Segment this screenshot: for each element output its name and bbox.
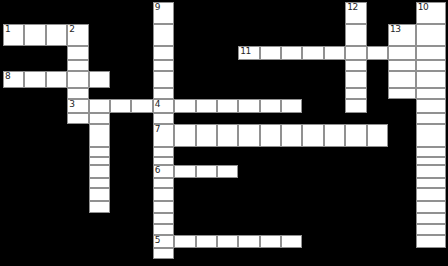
- clue-number-11: 11: [240, 46, 250, 57]
- cell-r3-c18[interactable]: [388, 60, 416, 71]
- cell-r17-c7[interactable]: 5: [153, 235, 174, 248]
- cell-r2-c14[interactable]: [302, 46, 323, 60]
- cell-r5-c19[interactable]: [416, 88, 446, 99]
- cell-r8-c12[interactable]: [260, 124, 281, 147]
- cell-r11-c19[interactable]: [416, 165, 446, 178]
- cell-r11-c4[interactable]: [89, 165, 110, 178]
- cell-r11-c8[interactable]: [174, 165, 195, 178]
- clue-number-1: 1: [5, 24, 10, 35]
- cell-r10-c19[interactable]: [416, 157, 446, 166]
- cell-r12-c19[interactable]: [416, 178, 446, 188]
- cell-r10-c4[interactable]: [89, 157, 110, 166]
- clue-number-8: 8: [5, 71, 10, 82]
- cell-r13-c19[interactable]: [416, 188, 446, 201]
- clue-number-6: 6: [155, 165, 160, 176]
- cell-r12-c4[interactable]: [89, 178, 110, 188]
- cell-r6-c16[interactable]: [345, 99, 366, 113]
- cell-r8-c9[interactable]: [196, 124, 217, 147]
- cell-r12-c7[interactable]: [153, 178, 174, 188]
- cell-r8-c10[interactable]: [217, 124, 238, 147]
- cell-r10-c7[interactable]: [153, 157, 174, 166]
- cell-r6-c13[interactable]: [281, 99, 302, 113]
- cell-r5-c16[interactable]: [345, 88, 366, 99]
- clue-number-4: 4: [155, 99, 160, 110]
- cell-r8-c17[interactable]: [367, 124, 388, 147]
- cell-r4-c1[interactable]: [24, 71, 45, 88]
- cell-r14-c7[interactable]: [153, 201, 174, 213]
- cell-r2-c12[interactable]: [260, 46, 281, 60]
- cell-r11-c9[interactable]: [196, 165, 217, 178]
- cell-r11-c7[interactable]: 6: [153, 165, 174, 178]
- cell-r6-c3[interactable]: 3: [67, 99, 88, 113]
- clue-number-9: 9: [155, 2, 160, 13]
- cell-r6-c8[interactable]: [174, 99, 195, 113]
- cell-r1-c0[interactable]: 1: [3, 24, 24, 47]
- cell-r16-c7[interactable]: [153, 224, 174, 235]
- cell-r6-c4[interactable]: [89, 99, 110, 113]
- cell-r13-c4[interactable]: [89, 188, 110, 201]
- cell-r1-c18[interactable]: 13: [388, 24, 416, 47]
- cell-r4-c18[interactable]: [388, 71, 416, 88]
- cell-r5-c18[interactable]: [388, 88, 416, 99]
- cell-r15-c7[interactable]: [153, 213, 174, 225]
- cell-r8-c16[interactable]: [345, 124, 366, 147]
- cell-r9-c19[interactable]: [416, 147, 446, 157]
- cell-r1-c1[interactable]: [24, 24, 45, 47]
- cell-r7-c4[interactable]: [89, 113, 110, 124]
- cell-r7-c19[interactable]: [416, 113, 446, 124]
- cell-r17-c13[interactable]: [281, 235, 302, 248]
- cell-r1-c19[interactable]: [416, 24, 446, 47]
- cell-r2-c7[interactable]: [153, 46, 174, 60]
- clue-number-5: 5: [155, 235, 160, 246]
- cell-r6-c7[interactable]: 4: [153, 99, 174, 113]
- cell-r4-c2[interactable]: [46, 71, 67, 88]
- crossword-board: 91210121311834765: [3, 2, 446, 259]
- cell-r14-c4[interactable]: [89, 201, 110, 213]
- cell-r4-c4[interactable]: [89, 71, 110, 88]
- cell-r2-c19[interactable]: [416, 46, 446, 60]
- cell-r8-c14[interactable]: [302, 124, 323, 147]
- cell-r1-c2[interactable]: [46, 24, 67, 47]
- clue-number-2: 2: [69, 24, 74, 35]
- cell-r0-c16[interactable]: 12: [345, 2, 366, 24]
- cell-r2-c16[interactable]: [345, 46, 366, 60]
- cell-r6-c10[interactable]: [217, 99, 238, 113]
- cell-r18-c7[interactable]: [153, 248, 174, 260]
- cell-r6-c11[interactable]: [238, 99, 259, 113]
- cell-r8-c15[interactable]: [324, 124, 345, 147]
- cell-r17-c9[interactable]: [196, 235, 217, 248]
- cell-r3-c16[interactable]: [345, 60, 366, 71]
- cell-r6-c6[interactable]: [131, 99, 152, 113]
- cell-r11-c10[interactable]: [217, 165, 238, 178]
- cell-r3-c19[interactable]: [416, 60, 446, 71]
- cell-r2-c3[interactable]: [67, 46, 88, 60]
- cell-r14-c19[interactable]: [416, 201, 446, 213]
- cell-r8-c19[interactable]: [416, 124, 446, 147]
- clue-number-12: 12: [347, 2, 357, 13]
- cell-r2-c17[interactable]: [367, 46, 388, 60]
- cell-r8-c7[interactable]: 7: [153, 124, 174, 147]
- cell-r0-c7[interactable]: 9: [153, 2, 174, 24]
- clue-number-10: 10: [418, 2, 428, 13]
- crossword-worksheet: 91210121311834765: [0, 0, 448, 266]
- cell-r2-c18[interactable]: [388, 46, 416, 60]
- cell-r3-c7[interactable]: [153, 60, 174, 71]
- cell-r7-c7[interactable]: [153, 113, 174, 124]
- cell-r17-c19[interactable]: [416, 235, 446, 248]
- cell-r8-c8[interactable]: [174, 124, 195, 147]
- clue-number-7: 7: [155, 124, 160, 135]
- cell-r17-c11[interactable]: [238, 235, 259, 248]
- cell-r17-c8[interactable]: [174, 235, 195, 248]
- cell-r9-c7[interactable]: [153, 147, 174, 157]
- cell-r4-c16[interactable]: [345, 71, 366, 88]
- cell-r1-c3[interactable]: 2: [67, 24, 88, 47]
- cell-r6-c19[interactable]: [416, 99, 446, 113]
- cell-r1-c16[interactable]: [345, 24, 366, 47]
- cell-r4-c7[interactable]: [153, 71, 174, 88]
- cell-r15-c19[interactable]: [416, 213, 446, 225]
- cell-r4-c19[interactable]: [416, 71, 446, 88]
- cell-r1-c7[interactable]: [153, 24, 174, 47]
- cell-r5-c7[interactable]: [153, 88, 174, 99]
- cell-r16-c19[interactable]: [416, 224, 446, 235]
- cell-r2-c13[interactable]: [281, 46, 302, 60]
- cell-r8-c11[interactable]: [238, 124, 259, 147]
- cell-r6-c9[interactable]: [196, 99, 217, 113]
- cell-r4-c0[interactable]: 8: [3, 71, 24, 88]
- cell-r8-c13[interactable]: [281, 124, 302, 147]
- cell-r6-c5[interactable]: [110, 99, 131, 113]
- cell-r9-c4[interactable]: [89, 147, 110, 157]
- clue-number-3: 3: [69, 99, 74, 110]
- cell-r5-c3[interactable]: [67, 88, 88, 99]
- clue-number-13: 13: [390, 24, 400, 35]
- cell-r7-c3[interactable]: [67, 113, 88, 124]
- cell-r6-c12[interactable]: [260, 99, 281, 113]
- cell-r8-c4[interactable]: [89, 124, 110, 147]
- cell-r4-c3[interactable]: [67, 71, 88, 88]
- cell-r0-c19[interactable]: 10: [416, 2, 446, 24]
- cell-r2-c15[interactable]: [324, 46, 345, 60]
- cell-r17-c12[interactable]: [260, 235, 281, 248]
- cell-r17-c10[interactable]: [217, 235, 238, 248]
- cell-r13-c7[interactable]: [153, 188, 174, 201]
- cell-r3-c3[interactable]: [67, 60, 88, 71]
- cell-r2-c11[interactable]: 11: [238, 46, 259, 60]
